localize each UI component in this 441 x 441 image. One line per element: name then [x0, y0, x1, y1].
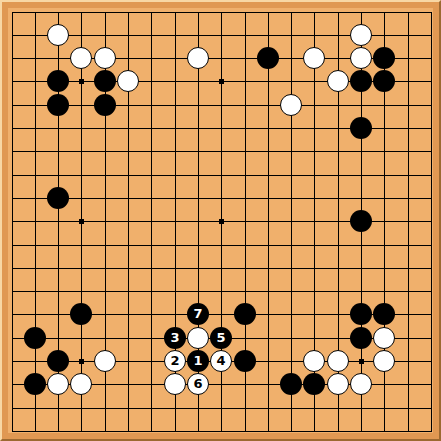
- stone-black: [47, 350, 69, 372]
- stone-black: [234, 350, 256, 372]
- grid-line-vertical: [268, 12, 269, 432]
- stone-black: [280, 373, 302, 395]
- move-1-stone-black: 1: [187, 350, 209, 372]
- grid-line-vertical: [12, 12, 13, 432]
- stone-white: [94, 47, 116, 69]
- stone-white: [327, 373, 349, 395]
- stone-black: [24, 327, 46, 349]
- stone-black: [373, 47, 395, 69]
- move-7-stone-black: 7: [187, 303, 209, 325]
- stone-black: [24, 373, 46, 395]
- stone-white: [373, 327, 395, 349]
- move-2-stone-white: 2: [164, 350, 186, 372]
- stone-white: [327, 350, 349, 372]
- stone-white: [303, 350, 325, 372]
- grid-line-horizontal: [12, 245, 432, 246]
- stone-white: [47, 373, 69, 395]
- grid-line-horizontal: [12, 408, 432, 409]
- go-board-diagram: 7352146: [0, 0, 441, 441]
- stone-black: [47, 70, 69, 92]
- stone-white: [187, 47, 209, 69]
- stone-black: [350, 70, 372, 92]
- stone-white: [373, 350, 395, 372]
- move-4-stone-white: 4: [210, 350, 232, 372]
- move-3-stone-black: 3: [164, 327, 186, 349]
- star-point: [79, 79, 84, 84]
- grid-line-vertical: [431, 12, 432, 432]
- grid-line-horizontal: [12, 291, 432, 292]
- star-point: [79, 219, 84, 224]
- star-point: [219, 79, 224, 84]
- grid-line-vertical: [35, 12, 36, 432]
- stone-black: [47, 94, 69, 116]
- grid-line-horizontal: [12, 105, 432, 106]
- stone-black: [350, 327, 372, 349]
- stone-white: [350, 47, 372, 69]
- grid-line-horizontal: [12, 268, 432, 269]
- stone-black: [234, 303, 256, 325]
- stone-white: [327, 70, 349, 92]
- move-5-stone-black: 5: [210, 327, 232, 349]
- stone-white: [280, 94, 302, 116]
- stone-white: [94, 350, 116, 372]
- stone-black: [350, 303, 372, 325]
- stone-black: [94, 70, 116, 92]
- stone-white: [47, 24, 69, 46]
- stone-white: [70, 373, 92, 395]
- grid-line-vertical: [291, 12, 292, 432]
- stone-black: [47, 187, 69, 209]
- grid-line-vertical: [151, 12, 152, 432]
- grid-line-horizontal: [12, 198, 432, 199]
- stone-white: [350, 373, 372, 395]
- grid-line-horizontal: [12, 175, 432, 176]
- grid-line-vertical: [408, 12, 409, 432]
- grid-line-horizontal: [12, 12, 432, 13]
- stone-black: [350, 117, 372, 139]
- stone-white: [303, 47, 325, 69]
- stone-black: [70, 303, 92, 325]
- stone-black: [350, 210, 372, 232]
- grid-line-horizontal: [12, 431, 432, 432]
- stone-white: [187, 327, 209, 349]
- stone-black: [257, 47, 279, 69]
- stone-black: [373, 303, 395, 325]
- stone-white: [350, 24, 372, 46]
- star-point: [219, 219, 224, 224]
- grid-line-horizontal: [12, 151, 432, 152]
- stone-black: [94, 94, 116, 116]
- stone-white: [164, 373, 186, 395]
- stone-black: [303, 373, 325, 395]
- stone-white: [70, 47, 92, 69]
- move-6-stone-white: 6: [187, 373, 209, 395]
- stone-black: [373, 70, 395, 92]
- star-point: [79, 359, 84, 364]
- star-point: [359, 359, 364, 364]
- stone-white: [117, 70, 139, 92]
